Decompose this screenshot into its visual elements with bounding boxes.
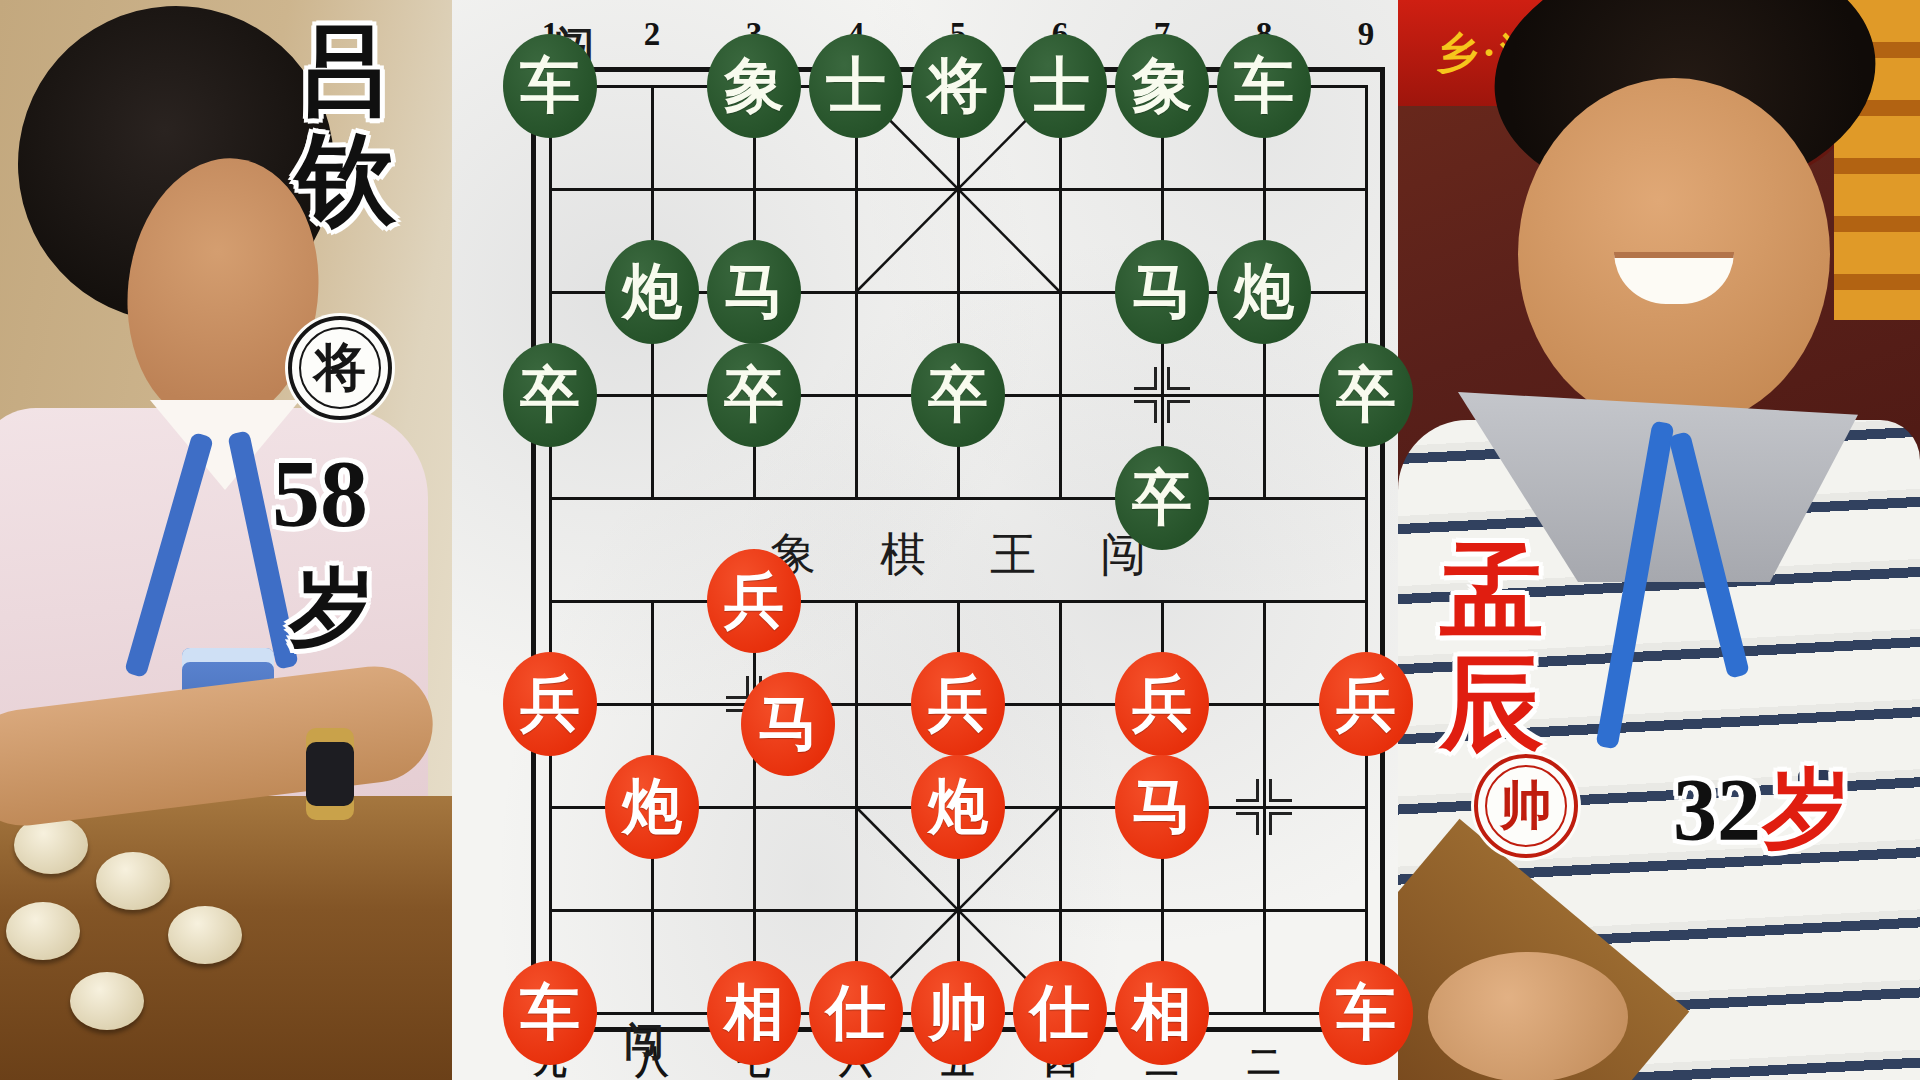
right-player-age-group: 32 岁: [1612, 750, 1912, 869]
piece-black-advisor[interactable]: 士: [809, 34, 903, 138]
last-move-marker: [1134, 367, 1190, 423]
piece-black-chariot[interactable]: 车: [503, 34, 597, 138]
right-player-name: 孟 辰: [1434, 536, 1550, 761]
piece-red-elephant[interactable]: 相: [707, 961, 801, 1065]
piece-red-chariot[interactable]: 车: [1319, 961, 1413, 1065]
right-general-badge: 帅: [1474, 754, 1578, 858]
piece-red-advisor[interactable]: 仕: [809, 961, 903, 1065]
piece-black-soldier[interactable]: 卒: [503, 343, 597, 447]
last-move-marker: [1236, 779, 1292, 835]
table-piece: [70, 972, 144, 1030]
piece-black-soldier[interactable]: 卒: [1319, 343, 1413, 447]
piece-red-cannon[interactable]: 炮: [605, 755, 699, 859]
watermark-bottom: 闯: [622, 1014, 666, 1069]
right-player-age-suffix: 岁: [1763, 750, 1851, 869]
left-general-badge: 将: [288, 316, 392, 420]
grid-vline: [1365, 85, 1368, 1015]
grid-vline: [1059, 600, 1062, 1015]
piece-black-general[interactable]: 将: [911, 34, 1005, 138]
table-piece: [168, 906, 242, 964]
piece-black-cannon[interactable]: 炮: [605, 240, 699, 344]
piece-black-soldier[interactable]: 卒: [707, 343, 801, 447]
grid-vline: [549, 85, 552, 1015]
piece-red-soldier[interactable]: 兵: [1319, 652, 1413, 756]
piece-red-soldier[interactable]: 兵: [911, 652, 1005, 756]
piece-red-cannon[interactable]: 炮: [911, 755, 1005, 859]
file-label-top: 2: [630, 16, 674, 53]
piece-red-elephant[interactable]: 相: [1115, 961, 1209, 1065]
left-player-watch: [306, 742, 354, 806]
piece-red-soldier[interactable]: 兵: [503, 652, 597, 756]
piece-red-soldier[interactable]: 兵: [1115, 652, 1209, 756]
piece-black-cannon[interactable]: 炮: [1217, 240, 1311, 344]
video-frame: 乡·浙江温 象棋王闯 闯 闯 123456789九八七六五四三二一车象士将士象车…: [0, 0, 1920, 1080]
file-label-bottom: 二: [1242, 1040, 1286, 1080]
piece-black-elephant[interactable]: 象: [1115, 34, 1209, 138]
left-player-name: 吕 钦: [288, 18, 404, 234]
right-player-age: 32: [1673, 759, 1761, 860]
piece-red-advisor[interactable]: 仕: [1013, 961, 1107, 1065]
piece-red-chariot[interactable]: 车: [503, 961, 597, 1065]
xiangqi-board[interactable]: 象棋王闯 闯 闯 123456789九八七六五四三二一车象士将士象车炮马马炮卒卒…: [452, 0, 1398, 1080]
piece-red-general[interactable]: 帅: [911, 961, 1005, 1065]
piece-red-horse[interactable]: 马: [741, 672, 835, 776]
piece-black-chariot[interactable]: 车: [1217, 34, 1311, 138]
table-piece: [6, 902, 80, 960]
grid-vline: [855, 85, 858, 500]
table-piece: [96, 852, 170, 910]
grid-vline: [1059, 85, 1062, 500]
piece-black-horse[interactable]: 马: [1115, 240, 1209, 344]
grid-vline: [855, 600, 858, 1015]
piece-red-horse[interactable]: 马: [1115, 755, 1209, 859]
file-label-top: 9: [1344, 16, 1388, 53]
grid-vline: [753, 600, 756, 1015]
piece-red-soldier[interactable]: 兵: [707, 549, 801, 653]
left-player-age: 58: [240, 438, 400, 549]
piece-black-soldier[interactable]: 卒: [911, 343, 1005, 447]
piece-black-advisor[interactable]: 士: [1013, 34, 1107, 138]
left-badge-glyph: 将: [299, 327, 381, 409]
piece-black-horse[interactable]: 马: [707, 240, 801, 344]
left-name-char-1: 吕: [296, 18, 396, 126]
right-badge-glyph: 帅: [1485, 765, 1567, 847]
left-name-char-2: 钦: [296, 126, 396, 234]
left-player-age-suffix: 岁: [252, 550, 412, 667]
piece-black-soldier[interactable]: 卒: [1115, 446, 1209, 550]
right-name-char-2: 辰: [1440, 648, 1544, 760]
piece-black-elephant[interactable]: 象: [707, 34, 801, 138]
right-name-char-1: 孟: [1440, 536, 1544, 648]
right-player-hand: [1428, 952, 1628, 1080]
